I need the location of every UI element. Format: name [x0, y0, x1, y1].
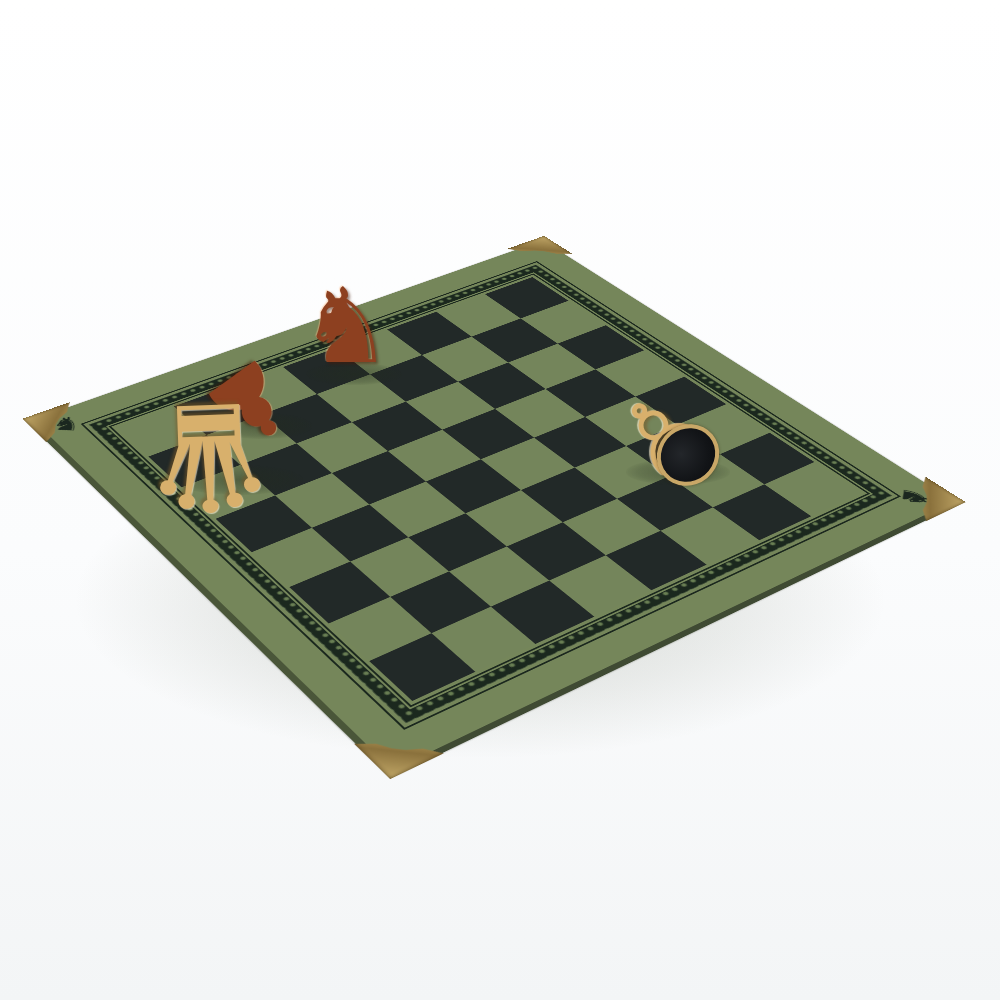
product-photo-scene: ♞ ♞ ♞♟♛♙: [0, 0, 1000, 1000]
pieces-layer: ♞♟♛♙: [0, 0, 1000, 1000]
red-knight-standing: ♞: [299, 274, 392, 378]
light-queen-lying: ♛: [140, 380, 278, 533]
